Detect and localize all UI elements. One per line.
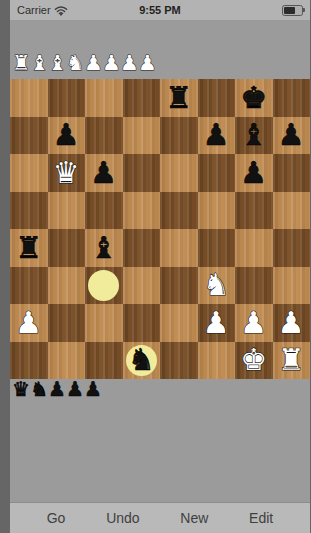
square-f1[interactable] xyxy=(198,342,236,380)
square-a7[interactable] xyxy=(10,117,48,155)
square-c8[interactable] xyxy=(85,79,123,117)
square-b2[interactable] xyxy=(48,304,86,342)
square-a5[interactable] xyxy=(10,192,48,230)
piece-black-pawn: ♟ xyxy=(198,117,236,155)
square-c5[interactable] xyxy=(85,192,123,230)
piece-white-pawn: ♟ xyxy=(273,304,311,342)
square-g6[interactable]: ♟ xyxy=(235,154,273,192)
square-a4[interactable]: ♜ xyxy=(10,229,48,267)
square-e6[interactable] xyxy=(160,154,198,192)
square-b8[interactable] xyxy=(48,79,86,117)
square-d6[interactable] xyxy=(123,154,161,192)
square-a6[interactable] xyxy=(10,154,48,192)
square-g7[interactable]: ♝ xyxy=(235,117,273,155)
piece-white-knight: ♞ xyxy=(198,267,236,305)
square-c1[interactable] xyxy=(85,342,123,380)
square-f8[interactable] xyxy=(198,79,236,117)
square-c6[interactable]: ♟ xyxy=(85,154,123,192)
captured-white-pawn: ♟ xyxy=(120,49,138,78)
go-button[interactable]: Go xyxy=(43,510,70,526)
square-b5[interactable] xyxy=(48,192,86,230)
square-f3[interactable]: ♞ xyxy=(198,267,236,305)
square-g2[interactable]: ♟ xyxy=(235,304,273,342)
piece-black-pawn: ♟ xyxy=(235,154,273,192)
square-b6[interactable]: ♛ xyxy=(48,154,86,192)
square-b3[interactable] xyxy=(48,267,86,305)
battery-fill xyxy=(284,7,295,14)
piece-black-rook: ♜ xyxy=(10,229,48,267)
square-e8[interactable]: ♜ xyxy=(160,79,198,117)
captured-white-pawn: ♟ xyxy=(102,49,120,78)
captured-white-tray: ♜♝♝♞♟♟♟♟ xyxy=(10,49,310,78)
piece-black-bishop: ♝ xyxy=(85,229,123,267)
captured-black-tray: ♛♞♟♟♟ xyxy=(10,377,310,402)
square-d2[interactable] xyxy=(123,304,161,342)
undo-button[interactable]: Undo xyxy=(102,510,143,526)
piece-black-pawn: ♟ xyxy=(48,117,86,155)
square-f5[interactable] xyxy=(198,192,236,230)
piece-black-rook: ♜ xyxy=(160,79,198,117)
square-h7[interactable]: ♟ xyxy=(273,117,311,155)
captured-white-pawn: ♟ xyxy=(84,49,102,78)
square-a8[interactable] xyxy=(10,79,48,117)
square-f6[interactable] xyxy=(198,154,236,192)
piece-white-pawn: ♟ xyxy=(10,304,48,342)
square-b1[interactable] xyxy=(48,342,86,380)
square-e7[interactable] xyxy=(160,117,198,155)
square-h1[interactable]: ♜ xyxy=(273,342,311,380)
captured-white-knight: ♞ xyxy=(66,49,84,78)
square-d3[interactable] xyxy=(123,267,161,305)
square-f7[interactable]: ♟ xyxy=(198,117,236,155)
edit-button[interactable]: Edit xyxy=(245,510,277,526)
chess-board: ♜♚♟♟♝♟♛♟♟♜♝♞♟♟♟♟♞♚♜ xyxy=(10,79,310,379)
square-c4[interactable]: ♝ xyxy=(85,229,123,267)
square-h4[interactable] xyxy=(273,229,311,267)
square-h6[interactable] xyxy=(273,154,311,192)
captured-black-queen: ♛ xyxy=(12,377,30,402)
square-a2[interactable]: ♟ xyxy=(10,304,48,342)
square-c7[interactable] xyxy=(85,117,123,155)
clock: 9:55 PM xyxy=(10,4,310,16)
square-e1[interactable] xyxy=(160,342,198,380)
piece-black-pawn: ♟ xyxy=(273,117,311,155)
square-e3[interactable] xyxy=(160,267,198,305)
piece-white-pawn: ♟ xyxy=(198,304,236,342)
square-b4[interactable] xyxy=(48,229,86,267)
square-g3[interactable] xyxy=(235,267,273,305)
square-g1[interactable]: ♚ xyxy=(235,342,273,380)
square-d1[interactable]: ♞ xyxy=(123,342,161,380)
square-c2[interactable] xyxy=(85,304,123,342)
square-g8[interactable]: ♚ xyxy=(235,79,273,117)
piece-white-queen: ♛ xyxy=(48,154,86,192)
app-screen: Carrier 9:55 PM ♜♝♝♞♟♟♟♟ ♜♚♟♟♝♟♛♟♟♜♝♞♟♟♟… xyxy=(10,0,310,533)
square-d8[interactable] xyxy=(123,79,161,117)
captured-white-bishop: ♝ xyxy=(48,49,66,78)
status-bar: Carrier 9:55 PM xyxy=(10,0,310,20)
captured-white-bishop: ♝ xyxy=(30,49,48,78)
square-a1[interactable] xyxy=(10,342,48,380)
piece-white-pawn: ♟ xyxy=(235,304,273,342)
captured-black-pawn: ♟ xyxy=(48,377,66,402)
captured-black-knight: ♞ xyxy=(30,377,48,402)
piece-black-king: ♚ xyxy=(235,79,273,117)
square-g5[interactable] xyxy=(235,192,273,230)
piece-white-king: ♚ xyxy=(235,342,273,380)
square-f2[interactable]: ♟ xyxy=(198,304,236,342)
square-h2[interactable]: ♟ xyxy=(273,304,311,342)
battery-icon xyxy=(282,5,303,16)
captured-white-rook: ♜ xyxy=(12,49,30,78)
square-h5[interactable] xyxy=(273,192,311,230)
square-b7[interactable]: ♟ xyxy=(48,117,86,155)
square-e2[interactable] xyxy=(160,304,198,342)
highlight-circle-c3 xyxy=(88,270,119,301)
piece-white-rook: ♜ xyxy=(273,342,311,380)
square-a3[interactable] xyxy=(10,267,48,305)
square-d5[interactable] xyxy=(123,192,161,230)
captured-black-pawn: ♟ xyxy=(84,377,102,402)
bottom-toolbar: Go Undo New Edit xyxy=(10,502,310,533)
battery-nub xyxy=(303,8,305,12)
highlight-circle-d1 xyxy=(126,345,157,376)
square-f4[interactable] xyxy=(198,229,236,267)
captured-black-pawn: ♟ xyxy=(66,377,84,402)
new-button[interactable]: New xyxy=(176,510,212,526)
square-h3[interactable] xyxy=(273,267,311,305)
captured-white-pawn: ♟ xyxy=(138,49,156,78)
square-e5[interactable] xyxy=(160,192,198,230)
square-d4[interactable] xyxy=(123,229,161,267)
square-h8[interactable] xyxy=(273,79,311,117)
piece-black-pawn: ♟ xyxy=(85,154,123,192)
square-c3[interactable] xyxy=(85,267,123,305)
square-e4[interactable] xyxy=(160,229,198,267)
piece-black-bishop: ♝ xyxy=(235,117,273,155)
square-d7[interactable] xyxy=(123,117,161,155)
square-g4[interactable] xyxy=(235,229,273,267)
